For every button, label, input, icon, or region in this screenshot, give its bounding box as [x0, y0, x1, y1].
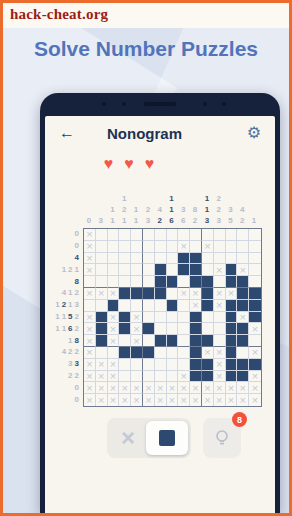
camera-dot-icon	[102, 102, 106, 106]
puzzle-grid: ××××××××××××××××××××××××××××××××××××××××…	[83, 228, 262, 407]
grid-cell-r12c14[interactable]	[237, 359, 249, 371]
grid-cell-r10c7[interactable]	[155, 335, 167, 347]
col-clue-15: 1	[248, 190, 260, 228]
grid-cell-r4c11[interactable]	[202, 264, 214, 276]
grid-cell-r9c8[interactable]	[167, 323, 179, 335]
grid-cell-r9c11[interactable]	[202, 323, 214, 335]
grid-cell-r12c15[interactable]	[249, 359, 261, 371]
grid-cell-r11c9[interactable]	[178, 347, 190, 359]
grid-cell-r5c15[interactable]	[249, 276, 261, 288]
grid-cell-r12c11[interactable]	[202, 359, 214, 371]
row-clue-4: 121	[55, 263, 83, 275]
grid-cell-r14c10[interactable]: ×	[190, 382, 202, 394]
grid-cell-r4c15[interactable]	[249, 264, 261, 276]
grid-cell-r6c11[interactable]	[202, 288, 214, 300]
row-clue-1: 0	[55, 228, 83, 240]
grid-cell-r10c12[interactable]	[214, 335, 226, 347]
grid-cell-r8c13[interactable]	[226, 312, 238, 324]
grid-cell-r9c2[interactable]	[96, 323, 108, 335]
grid-cell-r10c14[interactable]	[237, 335, 249, 347]
grid-cell-r6c3[interactable]: ×	[108, 288, 120, 300]
grid-cell-r10c13[interactable]	[226, 335, 238, 347]
page-title: Nonogram	[107, 125, 182, 142]
grid-cell-r12c10[interactable]	[190, 359, 202, 371]
grid-cell-r9c6[interactable]	[143, 323, 155, 335]
grid-cell-r12c8[interactable]	[167, 359, 179, 371]
grid-cell-r15c9[interactable]: ×	[178, 394, 190, 406]
grid-cell-r3c4[interactable]	[119, 253, 131, 265]
grid-cell-r9c1[interactable]: ×	[84, 323, 96, 335]
grid-cell-r2c1[interactable]: ×	[84, 241, 96, 253]
grid-cell-r10c8[interactable]	[167, 335, 179, 347]
grid-cell-r11c8[interactable]	[167, 347, 179, 359]
row-clue-3: 4	[55, 252, 83, 264]
grid-cell-r12c3[interactable]: ×	[108, 359, 120, 371]
grid-cell-r9c15[interactable]: ×	[249, 323, 261, 335]
grid-cell-r7c11[interactable]	[202, 300, 214, 312]
grid-cell-r7c8[interactable]	[167, 300, 179, 312]
grid-cell-r7c6[interactable]	[143, 300, 155, 312]
grid-cell-r15c6[interactable]: ×	[143, 394, 155, 406]
grid-cell-r15c1[interactable]: ×	[84, 394, 96, 406]
camera-dot-icon	[122, 102, 126, 106]
grid-cell-r4c3[interactable]	[108, 264, 120, 276]
grid-cell-r2c5[interactable]	[131, 241, 143, 253]
grid-cell-r13c11[interactable]	[202, 371, 214, 383]
grid-cell-r5c7[interactable]	[155, 276, 167, 288]
grid-cell-r13c4[interactable]	[119, 371, 131, 383]
grid-cell-r9c5[interactable]: ×	[131, 323, 143, 335]
phone-bezel	[40, 93, 280, 116]
grid-cell-r10c10[interactable]	[190, 335, 202, 347]
grid-cell-r1c15[interactable]	[249, 229, 261, 241]
grid-cell-r6c14[interactable]	[237, 288, 249, 300]
watermark-bar: hack-cheat.org	[3, 3, 289, 28]
grid-cell-r6c4[interactable]	[119, 288, 131, 300]
grid-cell-r6c7[interactable]	[155, 288, 167, 300]
col-clue-1: 0	[83, 190, 95, 228]
grid-cell-r2c6[interactable]	[143, 241, 155, 253]
heart-icon: ♥	[145, 156, 155, 172]
grid-cell-r7c4[interactable]	[119, 300, 131, 312]
grid-cell-r11c2[interactable]	[96, 347, 108, 359]
grid-cell-r15c7[interactable]: ×	[155, 394, 167, 406]
grid-cell-r15c2[interactable]: ×	[96, 394, 108, 406]
grid-cell-r3c11[interactable]	[202, 253, 214, 265]
grid-cell-r3c3[interactable]	[108, 253, 120, 265]
grid-cell-r15c5[interactable]: ×	[131, 394, 143, 406]
grid-cell-r1c6[interactable]	[143, 229, 155, 241]
fill-square-icon	[159, 430, 175, 446]
grid-cell-r5c12[interactable]	[214, 276, 226, 288]
tool-bar: × 8	[45, 416, 275, 460]
grid-cell-r15c11[interactable]: ×	[202, 394, 214, 406]
grid-cell-r6c13[interactable]: ×	[226, 288, 238, 300]
grid-cell-r9c7[interactable]	[155, 323, 167, 335]
grid-cell-r15c12[interactable]: ×	[214, 394, 226, 406]
fill-tool-button[interactable]	[146, 421, 188, 455]
grid-cell-r13c6[interactable]	[143, 371, 155, 383]
grid-cell-r4c13[interactable]	[226, 264, 238, 276]
grid-cell-r5c10[interactable]	[190, 276, 202, 288]
hero-background: Solve Number Puzzles ← Nonogram ⚙ ♥ ♥ ♥	[3, 28, 289, 513]
grid-cell-r10c1[interactable]: ×	[84, 335, 96, 347]
grid-cell-r9c13[interactable]	[226, 323, 238, 335]
grid-cell-r1c11[interactable]	[202, 229, 214, 241]
grid-cell-r11c1[interactable]: ×	[84, 347, 96, 359]
grid-cell-r3c14[interactable]	[237, 253, 249, 265]
col-clue-10: 82	[189, 190, 201, 228]
grid-cell-r10c2[interactable]	[96, 335, 108, 347]
grid-cell-r5c9[interactable]	[178, 276, 190, 288]
grid-cell-r2c3[interactable]	[108, 241, 120, 253]
grid-cell-r14c2[interactable]: ×	[96, 382, 108, 394]
grid-cell-r5c8[interactable]	[167, 276, 179, 288]
grid-cell-r14c15[interactable]: ×	[249, 382, 261, 394]
grid-cell-r9c4[interactable]	[119, 323, 131, 335]
grid-cell-r5c3[interactable]	[108, 276, 120, 288]
grid-cell-r7c12[interactable]: ×	[214, 300, 226, 312]
row-clue-10: 18	[55, 334, 83, 346]
grid-cell-r10c4[interactable]	[119, 335, 131, 347]
col-clue-14: 42	[236, 190, 248, 228]
lives-row: ♥ ♥ ♥	[45, 156, 275, 172]
grid-cell-r11c6[interactable]	[143, 347, 155, 359]
grid-cell-r8c10[interactable]	[190, 312, 202, 324]
grid-cell-r14c12[interactable]: ×	[214, 382, 226, 394]
grid-cell-r1c5[interactable]	[131, 229, 143, 241]
row-clue-11: 422	[55, 346, 83, 358]
hero-title: Solve Number Puzzles	[3, 37, 289, 61]
grid-cell-r12c7[interactable]	[155, 359, 167, 371]
grid-cell-r9c3[interactable]: ×	[108, 323, 120, 335]
col-clue-11: 113	[201, 190, 213, 228]
grid-cell-r15c13[interactable]: ×	[226, 394, 238, 406]
grid-cell-r3c15[interactable]	[249, 253, 261, 265]
grid-cell-r11c13[interactable]	[226, 347, 238, 359]
grid-cell-r2c2[interactable]	[96, 241, 108, 253]
grid-cell-r2c4[interactable]	[119, 241, 131, 253]
grid-cell-r13c5[interactable]	[131, 371, 143, 383]
heart-icon: ♥	[124, 156, 134, 172]
grid-cell-r13c13[interactable]	[226, 371, 238, 383]
col-clue-2: 3	[95, 190, 107, 228]
grid-cell-r3c2[interactable]	[96, 253, 108, 265]
row-clue-6: 412	[55, 287, 83, 299]
grid-cell-r15c10[interactable]: ×	[190, 394, 202, 406]
grid-cell-r5c14[interactable]	[237, 276, 249, 288]
row-clue-2: 0	[55, 240, 83, 252]
row-clue-14: 0	[55, 381, 83, 393]
grid-cell-r2c12[interactable]	[214, 241, 226, 253]
grid-cell-r5c11[interactable]	[202, 276, 214, 288]
grid-cell-r12c13[interactable]	[226, 359, 238, 371]
app-screen: ← Nonogram ⚙ ♥ ♥ ♥ 031112111234211636821…	[45, 116, 275, 513]
grid-cell-r9c12[interactable]	[214, 323, 226, 335]
app-bar: ← Nonogram ⚙	[45, 116, 275, 150]
grid-cell-r2c10[interactable]	[190, 241, 202, 253]
grid-cell-r4c9[interactable]	[178, 264, 190, 276]
phone-mockup: ← Nonogram ⚙ ♥ ♥ ♥ 031112111234211636821…	[40, 93, 280, 513]
watermark-text: hack-cheat.org	[3, 3, 289, 23]
grid-cell-r6c15[interactable]	[249, 288, 261, 300]
grid-cell-r4c14[interactable]: ×	[237, 264, 249, 276]
grid-cell-r13c8[interactable]	[167, 371, 179, 383]
grid-cell-r14c8[interactable]: ×	[167, 382, 179, 394]
grid-cell-r8c7[interactable]	[155, 312, 167, 324]
grid-cell-r8c9[interactable]	[178, 312, 190, 324]
row-clue-13: 22	[55, 370, 83, 382]
grid-cell-r3c1[interactable]: ×	[84, 253, 96, 265]
grid-cell-r13c12[interactable]: ×	[214, 371, 226, 383]
grid-cell-r1c7[interactable]	[155, 229, 167, 241]
grid-cell-r8c6[interactable]	[143, 312, 155, 324]
grid-cell-r11c14[interactable]	[237, 347, 249, 359]
grid-cell-r8c8[interactable]	[167, 312, 179, 324]
grid-cell-r7c10[interactable]: ×	[190, 300, 202, 312]
grid-cell-r13c10[interactable]	[190, 371, 202, 383]
grid-cell-r1c12[interactable]	[214, 229, 226, 241]
grid-cell-r5c4[interactable]	[119, 276, 131, 288]
grid-cell-r12c5[interactable]	[131, 359, 143, 371]
grid-cell-r14c14[interactable]: ×	[237, 382, 249, 394]
row-clue-9: 1162	[55, 322, 83, 334]
grid-cell-r10c5[interactable]: ×	[131, 335, 143, 347]
grid-cell-r14c5[interactable]: ×	[131, 382, 143, 394]
grid-cell-r12c12[interactable]: ×	[214, 359, 226, 371]
grid-cell-r6c2[interactable]: ×	[96, 288, 108, 300]
grid-cell-r15c4[interactable]: ×	[119, 394, 131, 406]
grid-cell-r3c6[interactable]	[143, 253, 155, 265]
grid-cell-r3c8[interactable]	[167, 253, 179, 265]
grid-cell-r9c9[interactable]	[178, 323, 190, 335]
grid-cell-r11c5[interactable]	[131, 347, 143, 359]
grid-cell-r8c14[interactable]: ×	[237, 312, 249, 324]
mark-mode-toggle: ×	[107, 418, 191, 458]
grid-cell-r10c9[interactable]	[178, 335, 190, 347]
grid-cell-r13c14[interactable]	[237, 371, 249, 383]
clue-corner	[55, 190, 83, 228]
lightbulb-icon	[215, 429, 229, 448]
grid-cell-r6c8[interactable]	[167, 288, 179, 300]
grid-cell-r14c13[interactable]: ×	[226, 382, 238, 394]
grid-cell-r12c9[interactable]	[178, 359, 190, 371]
grid-cell-r11c10[interactable]	[190, 347, 202, 359]
camera-dot-icon	[203, 102, 207, 106]
grid-cell-r1c4[interactable]	[119, 229, 131, 241]
grid-cell-r2c7[interactable]	[155, 241, 167, 253]
grid-cell-r11c7[interactable]	[155, 347, 167, 359]
row-clue-7: 1213	[55, 299, 83, 311]
sensor-dot-icon	[222, 102, 226, 106]
grid-cell-r15c8[interactable]: ×	[167, 394, 179, 406]
grid-cell-r6c9[interactable]: ×	[178, 288, 190, 300]
grid-cell-r12c1[interactable]: ×	[84, 359, 96, 371]
grid-cell-r14c6[interactable]: ×	[143, 382, 155, 394]
grid-cell-r12c2[interactable]: ×	[96, 359, 108, 371]
grid-cell-r7c14[interactable]	[237, 300, 249, 312]
screenshot-frame: hack-cheat.org Solve Number Puzzles ← No…	[0, 0, 292, 516]
col-clue-5: 11	[130, 190, 142, 228]
grid-cell-r4c1[interactable]: ×	[84, 264, 96, 276]
grid-cell-r12c6[interactable]	[143, 359, 155, 371]
grid-cell-r3c10[interactable]	[190, 253, 202, 265]
hint-button[interactable]: 8	[203, 418, 241, 458]
grid-cell-r7c3[interactable]	[108, 300, 120, 312]
grid-cell-r1c10[interactable]	[190, 229, 202, 241]
grid-cell-r1c8[interactable]	[167, 229, 179, 241]
hint-count-badge: 8	[232, 412, 247, 427]
grid-cell-r8c2[interactable]	[96, 312, 108, 324]
grid-cell-r14c7[interactable]: ×	[155, 382, 167, 394]
grid-cell-r14c4[interactable]: ×	[119, 382, 131, 394]
grid-cell-r1c9[interactable]	[178, 229, 190, 241]
grid-cell-r4c2[interactable]	[96, 264, 108, 276]
grid-cell-r1c13[interactable]	[226, 229, 238, 241]
grid-cell-r15c3[interactable]: ×	[108, 394, 120, 406]
grid-cell-r2c8[interactable]	[167, 241, 179, 253]
grid-cell-r13c2[interactable]: ×	[96, 371, 108, 383]
grid-cell-r8c15[interactable]	[249, 312, 261, 324]
grid-cell-r4c5[interactable]	[131, 264, 143, 276]
grid-cell-r8c11[interactable]	[202, 312, 214, 324]
grid-cell-r14c1[interactable]: ×	[84, 382, 96, 394]
grid-cell-r1c3[interactable]	[108, 229, 120, 241]
row-clue-15: 0	[55, 393, 83, 405]
grid-cell-r4c10[interactable]	[190, 264, 202, 276]
grid-cell-r10c15[interactable]	[249, 335, 261, 347]
grid-cell-r2c11[interactable]: ×	[202, 241, 214, 253]
grid-cell-r3c5[interactable]	[131, 253, 143, 265]
grid-cell-r13c3[interactable]: ×	[108, 371, 120, 383]
grid-cell-r1c14[interactable]	[237, 229, 249, 241]
nonogram-board: 0311121112342116368211322335421 00412184…	[55, 190, 261, 406]
col-clue-3: 11	[107, 190, 119, 228]
back-arrow-icon[interactable]: ←	[59, 124, 75, 142]
grid-cell-r14c11[interactable]: ×	[202, 382, 214, 394]
grid-cell-r14c3[interactable]: ×	[108, 382, 120, 394]
grid-cell-r11c12[interactable]: ×	[214, 347, 226, 359]
grid-cell-r7c15[interactable]	[249, 300, 261, 312]
grid-cell-r5c1[interactable]	[84, 276, 96, 288]
col-clue-13: 35	[225, 190, 237, 228]
grid-cell-r10c3[interactable]: ×	[108, 335, 120, 347]
grid-cell-r1c2[interactable]	[96, 229, 108, 241]
grid-cell-r2c15[interactable]	[249, 241, 261, 253]
grid-cell-r6c6[interactable]	[143, 288, 155, 300]
grid-cell-r8c3[interactable]: ×	[108, 312, 120, 324]
grid-cell-r6c12[interactable]: ×	[214, 288, 226, 300]
grid-cell-r13c7[interactable]	[155, 371, 167, 383]
col-clue-12: 223	[213, 190, 225, 228]
grid-cell-r3c9[interactable]	[178, 253, 190, 265]
col-clue-4: 121	[118, 190, 130, 228]
grid-cell-r3c13[interactable]	[226, 253, 238, 265]
x-mark-tool-button[interactable]: ×	[110, 421, 146, 455]
grid-cell-r8c12[interactable]	[214, 312, 226, 324]
grid-cell-r7c9[interactable]	[178, 300, 190, 312]
grid-cell-r15c14[interactable]: ×	[237, 394, 249, 406]
grid-cell-r7c1[interactable]	[84, 300, 96, 312]
row-clues: 004121841212131152116218422332200	[55, 228, 83, 406]
grid-cell-r11c11[interactable]: ×	[202, 347, 214, 359]
grid-cell-r14c9[interactable]: ×	[178, 382, 190, 394]
grid-cell-r5c5[interactable]	[131, 276, 143, 288]
gear-icon[interactable]: ⚙	[247, 125, 261, 141]
grid-cell-r9c10[interactable]	[190, 323, 202, 335]
grid-cell-r4c8[interactable]	[167, 264, 179, 276]
grid-cell-r4c7[interactable]	[155, 264, 167, 276]
grid-cell-r6c1[interactable]: ×	[84, 288, 96, 300]
grid-cell-r6c10[interactable]: ×	[190, 288, 202, 300]
grid-cell-r12c4[interactable]	[119, 359, 131, 371]
grid-cell-r7c2[interactable]	[96, 300, 108, 312]
grid-cell-r8c4[interactable]	[119, 312, 131, 324]
grid-cell-r1c1[interactable]: ×	[84, 229, 96, 241]
grid-cell-r4c4[interactable]	[119, 264, 131, 276]
grid-cell-r5c2[interactable]	[96, 276, 108, 288]
grid-cell-r8c1[interactable]: ×	[84, 312, 96, 324]
grid-cell-r2c14[interactable]	[237, 241, 249, 253]
heart-icon: ♥	[104, 156, 114, 172]
row-clue-12: 33	[55, 358, 83, 370]
grid-cell-r7c7[interactable]	[155, 300, 167, 312]
grid-cell-r15c15[interactable]: ×	[249, 394, 261, 406]
grid-cell-r13c9[interactable]: ×	[178, 371, 190, 383]
grid-cell-r9c14[interactable]	[237, 323, 249, 335]
grid-cell-r8c5[interactable]: ×	[131, 312, 143, 324]
speaker-grille-icon	[144, 102, 176, 106]
grid-cell-r13c1[interactable]: ×	[84, 371, 96, 383]
row-clue-8: 1152	[55, 311, 83, 323]
grid-cell-r10c6[interactable]	[143, 335, 155, 347]
col-clue-8: 116	[166, 190, 178, 228]
grid-cell-r6c5[interactable]	[131, 288, 143, 300]
grid-cell-r2c9[interactable]: ×	[178, 241, 190, 253]
grid-cell-r10c11[interactable]	[202, 335, 214, 347]
grid-cell-r3c12[interactable]	[214, 253, 226, 265]
grid-cell-r7c13[interactable]	[226, 300, 238, 312]
grid-cell-r5c6[interactable]	[143, 276, 155, 288]
grid-cell-r4c6[interactable]	[143, 264, 155, 276]
col-clue-6: 23	[142, 190, 154, 228]
row-clue-5: 8	[55, 275, 83, 287]
grid-cell-r11c3[interactable]	[108, 347, 120, 359]
grid-cell-r13c15[interactable]: ×	[249, 371, 261, 383]
grid-cell-r11c4[interactable]	[119, 347, 131, 359]
grid-cell-r2c13[interactable]	[226, 241, 238, 253]
column-clues: 0311121112342116368211322335421	[83, 190, 261, 228]
grid-cell-r7c5[interactable]	[131, 300, 143, 312]
col-clue-9: 36	[177, 190, 189, 228]
grid-cell-r11c15[interactable]: ×	[249, 347, 261, 359]
col-clue-7: 42	[154, 190, 166, 228]
grid-cell-r3c7[interactable]	[155, 253, 167, 265]
grid-cell-r5c13[interactable]	[226, 276, 238, 288]
grid-cell-r4c12[interactable]: ×	[214, 264, 226, 276]
